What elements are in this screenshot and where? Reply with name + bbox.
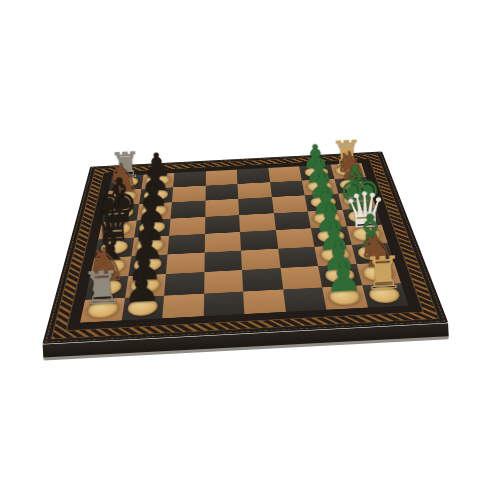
- perspective-wrapper: ♜♞♝♛♚♝♞♜♟♟♟♟♟♟♟♟♟♟♟♟♟♟♟♟♜♞♝♛♚♝♞♜: [61, 53, 418, 410]
- camera-roll-wrapper: ♜♞♝♛♚♝♞♜♟♟♟♟♟♟♟♟♟♟♟♟♟♟♟♟♜♞♝♛♚♝♞♜: [0, 0, 480, 480]
- rook-icon: ♜: [348, 234, 419, 297]
- chess-board: ♜♞♝♛♚♝♞♜♟♟♟♟♟♟♟♟♟♟♟♟♟♟♟♟♜♞♝♛♚♝♞♜: [42, 151, 448, 344]
- product-photo-scene: ♜♞♝♛♚♝♞♜♟♟♟♟♟♟♟♟♟♟♟♟♟♟♟♟♜♞♝♛♚♝♞♜: [0, 0, 480, 480]
- pawn-icon: ♟: [106, 246, 177, 309]
